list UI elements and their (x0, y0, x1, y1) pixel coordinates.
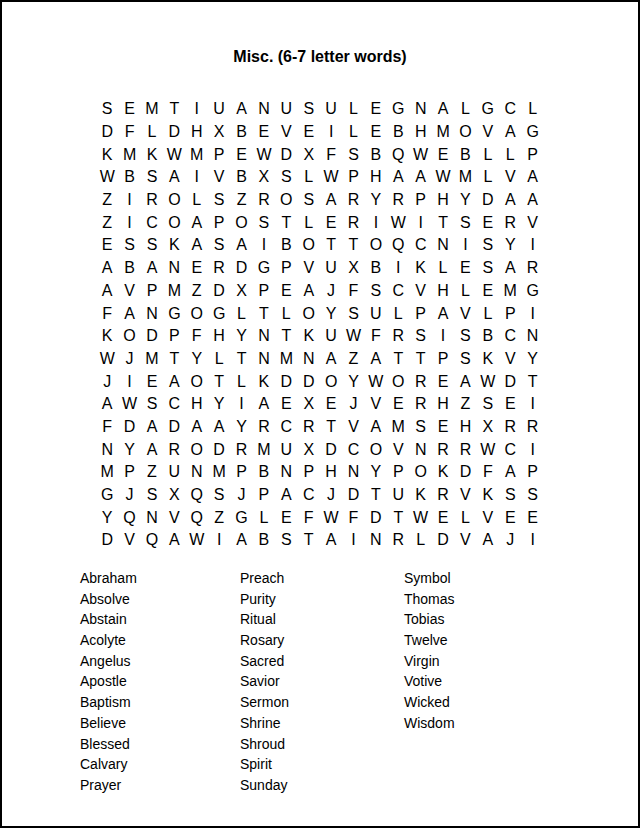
word-list-item: Wicked (404, 692, 455, 713)
grid-cell-r16c12: C (342, 438, 364, 461)
grid-cell-r6c6: P (208, 211, 230, 234)
grid-cell-r20c1: D (96, 529, 118, 552)
grid-cell-r14c2: W (118, 393, 140, 416)
word-list-item: Baptism (80, 692, 137, 713)
grid-cell-r4c9: S (275, 166, 297, 189)
grid-cell-r18c11: J (320, 484, 342, 507)
grid-cell-r8c18: S (477, 257, 499, 280)
grid-cell-r1c5: I (186, 98, 208, 121)
grid-cell-r4c1: W (96, 166, 118, 189)
word-list-item: Abraham (80, 568, 137, 589)
grid-cell-r8c13: B (365, 257, 387, 280)
grid-cell-r8c10: V (298, 257, 320, 280)
grid-cell-r16c1: N (96, 438, 118, 461)
grid-cell-r12c2: J (118, 348, 140, 371)
grid-cell-r3c10: X (298, 143, 320, 166)
grid-cell-r11c19: C (499, 325, 521, 348)
grid-cell-r20c14: R (387, 529, 409, 552)
grid-cell-r19c12: F (342, 506, 364, 529)
grid-cell-r16c5: O (186, 438, 208, 461)
grid-cell-r5c13: Y (365, 189, 387, 212)
grid-cell-r4c14: A (387, 166, 409, 189)
grid-cell-r2c9: V (275, 121, 297, 144)
grid-cell-r19c8: L (253, 506, 275, 529)
grid-cell-r8c12: X (342, 257, 364, 280)
grid-cell-r12c13: A (365, 348, 387, 371)
grid-cell-r9c1: A (96, 280, 118, 303)
grid-cell-r18c1: G (96, 484, 118, 507)
grid-cell-r4c12: P (342, 166, 364, 189)
grid-cell-r20c4: A (163, 529, 185, 552)
grid-cell-r10c15: P (409, 302, 431, 325)
grid-cell-r17c19: A (499, 461, 521, 484)
grid-cell-r13c7: L (230, 370, 252, 393)
grid-cell-r1c20: L (521, 98, 543, 121)
grid-cell-r3c13: B (365, 143, 387, 166)
grid-cell-r3c16: E (432, 143, 454, 166)
grid-cell-r15c9: C (275, 416, 297, 439)
grid-cell-r5c10: S (298, 189, 320, 212)
grid-cell-r7c15: C (409, 234, 431, 257)
grid-cell-r3c7: E (230, 143, 252, 166)
grid-cell-r2c11: I (320, 121, 342, 144)
grid-cell-r1c12: L (342, 98, 364, 121)
grid-cell-r13c12: Y (342, 370, 364, 393)
grid-cell-r19c1: Y (96, 506, 118, 529)
grid-cell-r13c13: W (365, 370, 387, 393)
grid-cell-r14c6: Y (208, 393, 230, 416)
grid-cell-r1c19: C (499, 98, 521, 121)
grid-cell-r5c18: D (477, 189, 499, 212)
grid-cell-r19c18: V (477, 506, 499, 529)
grid-cell-r10c2: A (118, 302, 140, 325)
grid-cell-r11c10: K (298, 325, 320, 348)
grid-cell-r10c8: T (253, 302, 275, 325)
grid-cell-r18c15: K (409, 484, 431, 507)
grid-cell-r14c17: Z (454, 393, 476, 416)
grid-cell-r6c20: V (521, 211, 543, 234)
word-list-item: Sermon (240, 692, 289, 713)
grid-cell-r12c16: P (432, 348, 454, 371)
word-list-column-1: AbrahamAbsolveAbstainAcolyteAngelusApost… (80, 568, 137, 796)
grid-cell-r20c6: I (208, 529, 230, 552)
grid-cell-r9c18: E (477, 280, 499, 303)
grid-cell-r3c4: W (163, 143, 185, 166)
grid-cell-r5c3: R (141, 189, 163, 212)
grid-cell-r6c5: A (186, 211, 208, 234)
grid-cell-r10c20: I (521, 302, 543, 325)
word-list-item: Symbol (404, 568, 455, 589)
grid-cell-r7c10: O (298, 234, 320, 257)
grid-cell-r17c14: P (387, 461, 409, 484)
grid-cell-r11c18: B (477, 325, 499, 348)
grid-cell-r18c9: A (275, 484, 297, 507)
grid-cell-r14c16: H (432, 393, 454, 416)
grid-cell-r5c11: A (320, 189, 342, 212)
grid-cell-r17c17: D (454, 461, 476, 484)
grid-cell-r11c1: K (96, 325, 118, 348)
grid-cell-r18c20: S (521, 484, 543, 507)
grid-cell-r4c20: A (521, 166, 543, 189)
grid-cell-r13c15: R (409, 370, 431, 393)
grid-cell-r15c4: D (163, 416, 185, 439)
grid-cell-r3c19: L (499, 143, 521, 166)
grid-cell-r17c6: M (208, 461, 230, 484)
grid-cell-r16c6: D (208, 438, 230, 461)
grid-cell-r4c18: L (477, 166, 499, 189)
grid-cell-r15c16: E (432, 416, 454, 439)
grid-cell-r10c5: O (186, 302, 208, 325)
grid-cell-r2c20: G (521, 121, 543, 144)
grid-cell-r6c19: R (499, 211, 521, 234)
word-list-item: Spirit (240, 754, 289, 775)
grid-cell-r6c3: C (141, 211, 163, 234)
grid-cell-r7c19: Y (499, 234, 521, 257)
grid-cell-r1c17: L (454, 98, 476, 121)
grid-cell-r16c15: N (409, 438, 431, 461)
grid-cell-r14c20: I (521, 393, 543, 416)
grid-cell-r4c10: L (298, 166, 320, 189)
grid-cell-r11c20: N (521, 325, 543, 348)
word-list-item: Votive (404, 671, 455, 692)
grid-cell-r3c15: W (409, 143, 431, 166)
grid-cell-r16c7: R (230, 438, 252, 461)
grid-cell-r5c9: O (275, 189, 297, 212)
grid-cell-r11c6: H (208, 325, 230, 348)
grid-cell-r9c15: V (409, 280, 431, 303)
grid-cell-r3c17: B (454, 143, 476, 166)
grid-cell-r14c12: J (342, 393, 364, 416)
grid-cell-r19c7: G (230, 506, 252, 529)
grid-cell-r17c10: P (298, 461, 320, 484)
grid-cell-r1c3: M (141, 98, 163, 121)
word-list-item: Shroud (240, 734, 289, 755)
grid-cell-r17c13: Y (365, 461, 387, 484)
word-list-item: Absolve (80, 589, 137, 610)
grid-cell-r13c1: J (96, 370, 118, 393)
grid-cell-r20c16: D (432, 529, 454, 552)
grid-cell-r10c14: L (387, 302, 409, 325)
grid-cell-r12c1: W (96, 348, 118, 371)
grid-cell-r3c11: F (320, 143, 342, 166)
grid-cell-r4c15: A (409, 166, 431, 189)
grid-cell-r4c11: W (320, 166, 342, 189)
grid-cell-r20c18: A (477, 529, 499, 552)
grid-cell-r3c18: L (477, 143, 499, 166)
grid-cell-r13c8: K (253, 370, 275, 393)
grid-cell-r12c3: M (141, 348, 163, 371)
grid-cell-r19c16: E (432, 506, 454, 529)
grid-cell-r19c2: Q (118, 506, 140, 529)
grid-cell-r18c7: J (230, 484, 252, 507)
grid-cell-r20c10: T (298, 529, 320, 552)
grid-cell-r11c2: O (118, 325, 140, 348)
grid-cell-r7c7: A (230, 234, 252, 257)
grid-cell-r17c3: Z (141, 461, 163, 484)
grid-cell-r9c8: P (253, 280, 275, 303)
grid-cell-r6c13: I (365, 211, 387, 234)
grid-cell-r17c12: N (342, 461, 364, 484)
grid-cell-r6c4: O (163, 211, 185, 234)
grid-cell-r11c13: F (365, 325, 387, 348)
grid-cell-r9c4: M (163, 280, 185, 303)
grid-cell-r18c5: Q (186, 484, 208, 507)
grid-cell-r20c11: A (320, 529, 342, 552)
grid-cell-r10c19: P (499, 302, 521, 325)
grid-cell-r16c2: Y (118, 438, 140, 461)
grid-cell-r16c10: X (298, 438, 320, 461)
word-list-item: Preach (240, 568, 289, 589)
grid-cell-r1c7: A (230, 98, 252, 121)
word-list-item: Virgin (404, 651, 455, 672)
grid-cell-r4c7: B (230, 166, 252, 189)
word-list-item: Blessed (80, 734, 137, 755)
grid-cell-r12c10: N (298, 348, 320, 371)
grid-cell-r14c19: E (499, 393, 521, 416)
grid-cell-r16c20: I (521, 438, 543, 461)
grid-cell-r13c9: D (275, 370, 297, 393)
grid-cell-r6c18: E (477, 211, 499, 234)
grid-cell-r17c7: P (230, 461, 252, 484)
grid-cell-r8c9: P (275, 257, 297, 280)
grid-cell-r5c5: L (186, 189, 208, 212)
grid-cell-r4c13: H (365, 166, 387, 189)
grid-cell-r18c14: U (387, 484, 409, 507)
word-list-item: Tobias (404, 609, 455, 630)
grid-cell-r12c9: M (275, 348, 297, 371)
grid-cell-r5c14: R (387, 189, 409, 212)
grid-cell-r10c4: G (163, 302, 185, 325)
grid-cell-r8c7: D (230, 257, 252, 280)
grid-cell-r3c5: M (186, 143, 208, 166)
grid-cell-r6c10: L (298, 211, 320, 234)
grid-cell-r2c14: B (387, 121, 409, 144)
grid-cell-r20c2: V (118, 529, 140, 552)
grid-cell-r17c2: P (118, 461, 140, 484)
word-list-item: Twelve (404, 630, 455, 651)
word-list-column-2: PreachPurityRitualRosarySacredSaviorSerm… (240, 568, 289, 796)
grid-cell-r11c4: P (163, 325, 185, 348)
grid-cell-r14c15: R (409, 393, 431, 416)
grid-cell-r15c17: H (454, 416, 476, 439)
grid-cell-r18c17: V (454, 484, 476, 507)
grid-cell-r16c18: W (477, 438, 499, 461)
grid-cell-r19c6: Z (208, 506, 230, 529)
grid-cell-r16c9: U (275, 438, 297, 461)
grid-cell-r18c6: S (208, 484, 230, 507)
grid-cell-r10c13: U (365, 302, 387, 325)
grid-cell-r19c4: V (163, 506, 185, 529)
grid-cell-r7c18: S (477, 234, 499, 257)
grid-cell-r14c14: E (387, 393, 409, 416)
grid-cell-r8c11: U (320, 257, 342, 280)
grid-cell-r3c1: K (96, 143, 118, 166)
letter-grid: SEMTIUANUSULEGNALGCLDFLDHXBEVEILEBHMOVAG… (96, 98, 544, 552)
grid-cell-r9c20: G (521, 280, 543, 303)
grid-cell-r19c17: L (454, 506, 476, 529)
grid-cell-r8c6: R (208, 257, 230, 280)
grid-cell-r15c19: R (499, 416, 521, 439)
grid-cell-r6c14: W (387, 211, 409, 234)
word-list-item: Ritual (240, 609, 289, 630)
grid-cell-r9c17: L (454, 280, 476, 303)
grid-cell-r5c1: Z (96, 189, 118, 212)
grid-cell-r14c8: A (253, 393, 275, 416)
grid-cell-r4c2: B (118, 166, 140, 189)
grid-cell-r20c13: N (365, 529, 387, 552)
grid-cell-r12c7: T (230, 348, 252, 371)
grid-cell-r20c17: V (454, 529, 476, 552)
grid-cell-r10c1: F (96, 302, 118, 325)
grid-cell-r8c15: K (409, 257, 431, 280)
grid-cell-r2c12: L (342, 121, 364, 144)
word-list-item: Sunday (240, 775, 289, 796)
grid-cell-r8c17: E (454, 257, 476, 280)
grid-cell-r17c1: M (96, 461, 118, 484)
grid-cell-r8c14: I (387, 257, 409, 280)
grid-cell-r17c11: H (320, 461, 342, 484)
grid-cell-r15c11: T (320, 416, 342, 439)
word-list-column-3: SymbolThomasTobiasTwelveVirginVotiveWick… (404, 568, 455, 734)
grid-cell-r14c9: E (275, 393, 297, 416)
grid-cell-r15c6: A (208, 416, 230, 439)
grid-cell-r20c19: J (499, 529, 521, 552)
grid-cell-r17c18: F (477, 461, 499, 484)
grid-cell-r16c19: C (499, 438, 521, 461)
grid-cell-r19c14: T (387, 506, 409, 529)
grid-cell-r9c10: A (298, 280, 320, 303)
grid-cell-r2c2: F (118, 121, 140, 144)
grid-cell-r7c17: I (454, 234, 476, 257)
grid-cell-r11c15: S (409, 325, 431, 348)
grid-cell-r16c11: D (320, 438, 342, 461)
grid-cell-r11c14: R (387, 325, 409, 348)
grid-cell-r17c20: P (521, 461, 543, 484)
grid-cell-r16c14: V (387, 438, 409, 461)
grid-cell-r3c12: S (342, 143, 364, 166)
grid-cell-r2c4: D (163, 121, 185, 144)
grid-cell-r1c10: S (298, 98, 320, 121)
grid-cell-r17c5: N (186, 461, 208, 484)
grid-cell-r19c3: N (141, 506, 163, 529)
grid-cell-r18c18: K (477, 484, 499, 507)
grid-cell-r9c14: C (387, 280, 409, 303)
grid-cell-r7c16: N (432, 234, 454, 257)
grid-cell-r13c20: T (521, 370, 543, 393)
grid-cell-r15c10: R (298, 416, 320, 439)
grid-cell-r4c6: V (208, 166, 230, 189)
grid-cell-r6c2: I (118, 211, 140, 234)
grid-cell-r6c7: O (230, 211, 252, 234)
grid-cell-r18c8: P (253, 484, 275, 507)
word-list-item: Abstain (80, 609, 137, 630)
grid-cell-r8c5: E (186, 257, 208, 280)
grid-cell-r17c8: B (253, 461, 275, 484)
grid-cell-r5c4: O (163, 189, 185, 212)
grid-cell-r6c12: R (342, 211, 364, 234)
grid-cell-r14c1: A (96, 393, 118, 416)
grid-cell-r6c11: E (320, 211, 342, 234)
grid-cell-r7c8: I (253, 234, 275, 257)
word-list-item: Acolyte (80, 630, 137, 651)
grid-cell-r6c1: Z (96, 211, 118, 234)
grid-cell-r2c1: D (96, 121, 118, 144)
grid-cell-r1c9: U (275, 98, 297, 121)
grid-cell-r18c10: C (298, 484, 320, 507)
grid-cell-r3c8: W (253, 143, 275, 166)
grid-cell-r20c15: L (409, 529, 431, 552)
grid-cell-r6c16: T (432, 211, 454, 234)
worksheet-page: Misc. (6-7 letter words) SEMTIUANUSULEGN… (0, 0, 640, 828)
grid-cell-r1c4: T (163, 98, 185, 121)
grid-cell-r9c7: X (230, 280, 252, 303)
grid-cell-r15c18: X (477, 416, 499, 439)
grid-cell-r1c13: E (365, 98, 387, 121)
grid-cell-r5c7: Z (230, 189, 252, 212)
grid-cell-r18c12: D (342, 484, 364, 507)
grid-cell-r7c20: I (521, 234, 543, 257)
grid-cell-r3c3: K (141, 143, 163, 166)
grid-cell-r15c7: Y (230, 416, 252, 439)
grid-cell-r16c16: R (432, 438, 454, 461)
grid-cell-r11c7: Y (230, 325, 252, 348)
grid-cell-r6c9: T (275, 211, 297, 234)
word-list-item: Rosary (240, 630, 289, 651)
grid-cell-r3c14: Q (387, 143, 409, 166)
grid-cell-r12c20: Y (521, 348, 543, 371)
grid-cell-r9c12: F (342, 280, 364, 303)
grid-cell-r14c5: H (186, 393, 208, 416)
grid-cell-r13c17: A (454, 370, 476, 393)
grid-cell-r9c19: M (499, 280, 521, 303)
grid-cell-r3c20: P (521, 143, 543, 166)
grid-cell-r13c18: W (477, 370, 499, 393)
grid-cell-r12c4: T (163, 348, 185, 371)
grid-cell-r18c19: S (499, 484, 521, 507)
grid-cell-r12c8: N (253, 348, 275, 371)
grid-cell-r5c12: R (342, 189, 364, 212)
grid-cell-r1c2: E (118, 98, 140, 121)
grid-cell-r12c12: Z (342, 348, 364, 371)
grid-cell-r14c18: S (477, 393, 499, 416)
grid-cell-r2c19: A (499, 121, 521, 144)
grid-cell-r2c6: X (208, 121, 230, 144)
grid-cell-r8c8: G (253, 257, 275, 280)
grid-cell-r3c9: D (275, 143, 297, 166)
grid-cell-r9c16: H (432, 280, 454, 303)
grid-cell-r15c2: D (118, 416, 140, 439)
grid-cell-r10c17: V (454, 302, 476, 325)
grid-cell-r8c16: L (432, 257, 454, 280)
grid-cell-r13c16: E (432, 370, 454, 393)
grid-cell-r2c17: O (454, 121, 476, 144)
grid-cell-r14c3: S (141, 393, 163, 416)
grid-cell-r20c9: S (275, 529, 297, 552)
grid-cell-r18c3: S (141, 484, 163, 507)
grid-cell-r8c1: A (96, 257, 118, 280)
grid-cell-r2c8: E (253, 121, 275, 144)
grid-cell-r20c8: B (253, 529, 275, 552)
grid-cell-r1c6: U (208, 98, 230, 121)
grid-cell-r17c15: O (409, 461, 431, 484)
grid-cell-r19c20: E (521, 506, 543, 529)
grid-cell-r17c16: K (432, 461, 454, 484)
grid-cell-r16c3: A (141, 438, 163, 461)
grid-cell-r18c2: J (118, 484, 140, 507)
grid-cell-r16c8: M (253, 438, 275, 461)
grid-cell-r16c17: R (454, 438, 476, 461)
grid-cell-r14c11: E (320, 393, 342, 416)
